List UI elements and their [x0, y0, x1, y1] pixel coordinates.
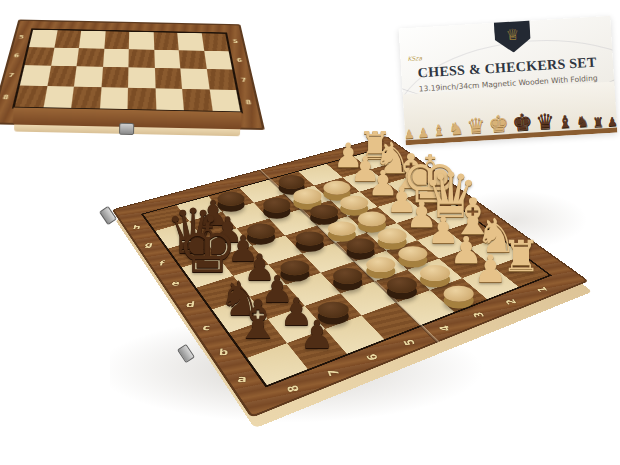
file-label-h: h	[117, 221, 157, 233]
folded-square-b7	[180, 68, 209, 89]
clasp-icon	[119, 123, 134, 135]
product-photo-stage: hgfedcba55667788 KSza ♕ CHESS & CHECKERS…	[0, 0, 620, 465]
box-lineup-piece-wP: ♟	[404, 129, 415, 141]
folded-square-g6	[51, 47, 79, 66]
box-lineup-piece-bR: ♜	[592, 116, 604, 129]
folded-square-f7	[74, 66, 103, 87]
folded-square-g7	[47, 66, 77, 86]
crown-icon: ♕	[505, 25, 520, 44]
folded-square-f5	[79, 31, 105, 49]
folded-board-grid	[12, 28, 243, 113]
folded-square-a6	[204, 50, 233, 69]
box-lineup-piece-wQ: ♛	[466, 116, 486, 136]
folded-square-h6	[25, 47, 54, 66]
folded-square-c7	[154, 68, 182, 89]
folded-square-b6	[179, 50, 207, 69]
file-label-f: f	[141, 256, 183, 270]
file-label-g: g	[128, 238, 169, 251]
folded-rank-label-5: 5	[227, 32, 244, 50]
folded-square-b5	[177, 33, 203, 51]
folded-square-h5	[29, 30, 57, 48]
folded-rank-label-8: 8	[239, 90, 259, 114]
folded-rank-label-6: 6	[231, 50, 249, 70]
box-lineup-piece-wN: ♞	[448, 121, 464, 138]
folded-square-d7	[128, 67, 155, 88]
product-box: KSza ♕ CHESS & CHECKERS SET 13.19inch/34…	[399, 16, 618, 146]
folded-square-h8	[15, 85, 47, 107]
box-lineup-piece-bK: ♚	[511, 111, 533, 133]
file-label-d: d	[168, 296, 212, 312]
folded-board: hgfedcba55667788	[13, 20, 252, 157]
folded-square-g5	[54, 30, 81, 48]
folded-square-e7	[101, 67, 128, 88]
folded-square-h7	[20, 65, 51, 85]
folded-square-c8	[155, 88, 184, 110]
folded-board-labels: hgfedcba55667788	[18, 20, 240, 25]
folded-square-e5	[104, 31, 129, 49]
folded-square-e6	[102, 48, 128, 67]
folded-square-b8	[182, 88, 212, 110]
file-label-b: b	[200, 343, 246, 362]
file-label-a: a	[218, 369, 266, 389]
box-lineup-piece-wP: ♟	[417, 127, 429, 140]
file-label-e: e	[154, 276, 197, 291]
folded-square-d6	[128, 49, 154, 68]
folded-square-a8	[209, 89, 240, 111]
box-lineup-piece-bN: ♞	[576, 115, 590, 130]
folded-square-a7	[206, 69, 236, 90]
folded-square-e8	[99, 87, 128, 109]
box-lineup-piece-wB: ♝	[432, 124, 446, 139]
folded-square-g8	[43, 86, 74, 108]
folded-square-d5	[129, 32, 154, 50]
folded-rank-label-7: 7	[234, 70, 253, 92]
box-corner-mark: KSza	[407, 54, 422, 62]
folded-square-a5	[201, 33, 228, 51]
folded-square-d8	[128, 87, 156, 109]
box-lineup-piece-bB: ♝	[557, 115, 573, 132]
folded-square-c6	[154, 49, 181, 68]
folded-square-f8	[71, 86, 101, 108]
box-lineup-piece-bP: ♟	[607, 116, 618, 128]
folded-square-f6	[77, 48, 104, 67]
file-label-c: c	[184, 319, 229, 336]
box-lineup-piece-bQ: ♛	[535, 112, 555, 132]
folded-square-c5	[153, 32, 179, 50]
box-lineup-piece-wK: ♚	[488, 113, 510, 135]
